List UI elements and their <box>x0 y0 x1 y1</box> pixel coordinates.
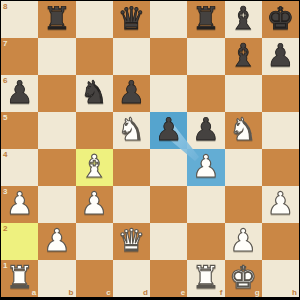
square-d6[interactable]: ♟ <box>113 75 150 112</box>
white-king-g1[interactable]: ♚ <box>229 262 257 293</box>
white-pawn-g2[interactable]: ♟ <box>229 225 257 256</box>
white-knight-d5[interactable]: ♞ <box>117 114 145 145</box>
square-e4[interactable] <box>150 149 187 186</box>
white-pawn-c3[interactable]: ♟ <box>80 188 108 219</box>
square-e3[interactable] <box>150 186 187 223</box>
square-h2[interactable] <box>262 223 299 260</box>
square-d8[interactable]: ♛ <box>113 1 150 38</box>
square-g3[interactable] <box>225 186 262 223</box>
white-bishop-c4[interactable]: ♝ <box>80 151 108 182</box>
square-a7[interactable]: 7 <box>1 38 38 75</box>
square-a4[interactable]: 4 <box>1 149 38 186</box>
square-c7[interactable] <box>76 38 113 75</box>
square-b6[interactable] <box>38 75 75 112</box>
square-g5[interactable]: ♞ <box>225 112 262 149</box>
black-pawn-e5[interactable]: ♟ <box>155 114 183 145</box>
file-label-b: b <box>69 288 74 297</box>
square-g4[interactable] <box>225 149 262 186</box>
rank-label-8: 8 <box>3 2 7 11</box>
square-b7[interactable] <box>38 38 75 75</box>
square-d5[interactable]: ♞ <box>113 112 150 149</box>
square-d3[interactable] <box>113 186 150 223</box>
black-rook-b8[interactable]: ♜ <box>43 3 71 34</box>
square-c4[interactable]: ♝ <box>76 149 113 186</box>
file-label-d: d <box>143 288 148 297</box>
square-b3[interactable] <box>38 186 75 223</box>
black-king-h8[interactable]: ♚ <box>266 3 294 34</box>
black-pawn-d6[interactable]: ♟ <box>117 77 145 108</box>
square-e5[interactable]: ♟ <box>150 112 187 149</box>
black-knight-c6[interactable]: ♞ <box>80 77 108 108</box>
square-f5[interactable]: ♟ <box>187 112 224 149</box>
white-pawn-h3[interactable]: ♟ <box>266 188 294 219</box>
square-e8[interactable] <box>150 1 187 38</box>
square-h3[interactable]: ♟ <box>262 186 299 223</box>
square-b8[interactable]: ♜ <box>38 1 75 38</box>
square-a1[interactable]: 1a♜ <box>1 260 38 297</box>
square-g6[interactable] <box>225 75 262 112</box>
square-f2[interactable] <box>187 223 224 260</box>
square-b1[interactable]: b <box>38 260 75 297</box>
rank-label-2: 2 <box>3 224 7 233</box>
square-b5[interactable] <box>38 112 75 149</box>
black-bishop-g7[interactable]: ♝ <box>229 40 257 71</box>
square-h5[interactable] <box>262 112 299 149</box>
square-b2[interactable]: ♟ <box>38 223 75 260</box>
square-c5[interactable] <box>76 112 113 149</box>
square-h1[interactable]: h <box>262 260 299 297</box>
rank-label-5: 5 <box>3 113 7 122</box>
black-rook-f8[interactable]: ♜ <box>192 3 220 34</box>
square-e7[interactable] <box>150 38 187 75</box>
square-d4[interactable] <box>113 149 150 186</box>
file-label-e: e <box>181 288 185 297</box>
square-g7[interactable]: ♝ <box>225 38 262 75</box>
square-e6[interactable] <box>150 75 187 112</box>
square-g8[interactable]: ♝ <box>225 1 262 38</box>
white-pawn-b2[interactable]: ♟ <box>43 225 71 256</box>
square-f4[interactable]: ♟ <box>187 149 224 186</box>
white-rook-a1[interactable]: ♜ <box>6 262 34 293</box>
square-f1[interactable]: f♜ <box>187 260 224 297</box>
square-d1[interactable]: d <box>113 260 150 297</box>
square-a6[interactable]: 6♟ <box>1 75 38 112</box>
square-g1[interactable]: g♚ <box>225 260 262 297</box>
square-a5[interactable]: 5 <box>1 112 38 149</box>
square-g2[interactable]: ♟ <box>225 223 262 260</box>
square-e1[interactable]: e <box>150 260 187 297</box>
square-h7[interactable]: ♟ <box>262 38 299 75</box>
board-frame: 8♜♛♜♝♚7♝♟6♟♞♟5♞♟♟♞4♝♟3♟♟♟2♟♛♟1a♜bcdef♜g♚… <box>1 1 299 297</box>
square-h4[interactable] <box>262 149 299 186</box>
square-c1[interactable]: c <box>76 260 113 297</box>
black-bishop-g8[interactable]: ♝ <box>229 3 257 34</box>
square-d2[interactable]: ♛ <box>113 223 150 260</box>
square-c3[interactable]: ♟ <box>76 186 113 223</box>
white-queen-d2[interactable]: ♛ <box>117 225 145 256</box>
white-rook-f1[interactable]: ♜ <box>192 262 220 293</box>
square-a2[interactable]: 2 <box>1 223 38 260</box>
square-f6[interactable] <box>187 75 224 112</box>
square-c2[interactable] <box>76 223 113 260</box>
file-label-f: f <box>220 288 223 297</box>
file-label-c: c <box>106 288 110 297</box>
square-a8[interactable]: 8 <box>1 1 38 38</box>
square-h8[interactable]: ♚ <box>262 1 299 38</box>
square-f7[interactable] <box>187 38 224 75</box>
square-c6[interactable]: ♞ <box>76 75 113 112</box>
square-f8[interactable]: ♜ <box>187 1 224 38</box>
rank-label-7: 7 <box>3 39 7 48</box>
white-pawn-a3[interactable]: ♟ <box>6 188 34 219</box>
square-b4[interactable] <box>38 149 75 186</box>
square-d7[interactable] <box>113 38 150 75</box>
rank-label-4: 4 <box>3 150 7 159</box>
file-label-h: h <box>292 288 297 297</box>
square-h6[interactable] <box>262 75 299 112</box>
black-pawn-h7[interactable]: ♟ <box>266 40 294 71</box>
square-f3[interactable] <box>187 186 224 223</box>
chess-board: 8♜♛♜♝♚7♝♟6♟♞♟5♞♟♟♞4♝♟3♟♟♟2♟♛♟1a♜bcdef♜g♚… <box>1 1 299 297</box>
square-a3[interactable]: 3♟ <box>1 186 38 223</box>
black-queen-d8[interactable]: ♛ <box>117 3 145 34</box>
black-pawn-a6[interactable]: ♟ <box>6 77 34 108</box>
white-knight-g5[interactable]: ♞ <box>229 114 257 145</box>
square-e2[interactable] <box>150 223 187 260</box>
black-pawn-f5[interactable]: ♟ <box>192 114 220 145</box>
white-pawn-f4[interactable]: ♟ <box>192 151 220 182</box>
square-c8[interactable] <box>76 1 113 38</box>
